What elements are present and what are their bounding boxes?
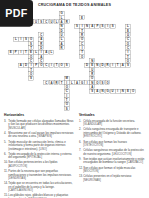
clue-answer: [MUSCULAR] — [8, 126, 25, 129]
clue-text: Son células que forman los huesos [OSTEO… — [83, 140, 146, 147]
clue-answer: [EPITELIAL] — [27, 155, 42, 158]
clues-verticales: Verticales 1.Célula encargada de la func… — [79, 113, 146, 183]
clue-text: Tejido encargado de la protección intern… — [8, 152, 74, 159]
clue-text: Tejido muscular de contracción lenta, rí… — [8, 140, 74, 150]
clue-item: 2.Célula sanguínea encargada de transpor… — [79, 128, 146, 138]
clue-answer: [LISO] — [39, 147, 47, 150]
clue-text: Los glóbulos rojos, glóbulos blancos y p… — [8, 194, 74, 198]
clue-text: Células sanguíneas encargadas de la prot… — [83, 148, 146, 155]
pdf-badge-label: PDF — [5, 7, 27, 19]
clue-answer: [ERITROCITO] — [83, 135, 102, 138]
clue-text: Partes de la neurona que son pequeñas ra… — [8, 169, 74, 179]
clue-answer: [GLANDULAR] — [83, 122, 102, 125]
clue-item: 3.Tejido formado por células alargadas l… — [4, 119, 74, 129]
verticales-heading: Verticales — [79, 113, 146, 117]
clue-answer: [ADIPOCITOS] — [8, 164, 27, 167]
clue-answer: [MIOCITOS] — [83, 169, 98, 172]
clue-item: 15.Los glóbulos rojos, glóbulos blancos … — [4, 194, 74, 198]
clue-text: Célula encargada de la función secretora… — [83, 119, 146, 126]
clue-item: 12.Son células que forman el tejido musc… — [79, 166, 146, 173]
clues-horizontales: Horizontales 3.Tejido formado por célula… — [4, 113, 74, 198]
clue-item: 5.Tejido muscular de contracción lenta, … — [4, 140, 74, 150]
clue-text: Mecanismo por el cual pasan los impulsos… — [8, 131, 74, 138]
clue-text: Tejido formado por células alargadas lla… — [8, 119, 74, 129]
clue-item: 6.Tejido encargado de la protección inte… — [4, 152, 74, 159]
clue-item: 1.Célula encargada de la función secreto… — [79, 119, 146, 126]
clue-item: 14.Tejido que se encuentra en todas las … — [4, 181, 74, 191]
horizontales-heading: Horizontales — [4, 113, 74, 117]
clue-item: 4.Mecanismo por el cual pasan los impuls… — [4, 131, 74, 138]
document-thumbnail[interactable]: PDF CRUCIGRAMA DE TEJIDOS ANIMALES GLEMU… — [0, 0, 149, 198]
clue-text: Células presentes en el tejido nervioso … — [83, 174, 146, 181]
clue-item: 13.Células presentes en el tejido nervio… — [79, 174, 146, 181]
horizontales-list: 3.Tejido formado por células alargadas l… — [4, 119, 74, 198]
clue-answer: [DENDRITAS] — [8, 176, 25, 179]
clue-text: Célula sanguínea encargada de transporte… — [83, 128, 146, 138]
clue-text: Tejido que se encuentra en todas las art… — [8, 181, 74, 191]
verticales-list: 1.Célula encargada de la función secreto… — [79, 119, 146, 181]
clue-answer: [LEUCOCITOS] — [112, 152, 132, 155]
clue-item: 10.Son células pertenecientes a los lípi… — [4, 161, 74, 168]
clue-text: Son tejidos que actúan involuntariamente… — [83, 157, 146, 164]
clue-answer: [SANGUINEO] — [28, 197, 46, 198]
clue-answer: [CARTILAGINOSO] — [8, 188, 32, 191]
clue-answer: [SINAPSIS] — [37, 135, 51, 138]
clue-text: Son células pertenecientes a los lípidos… — [8, 161, 74, 168]
empty-cell — [130, 106, 135, 110]
document-page: PDF CRUCIGRAMA DE TEJIDOS ANIMALES GLEMU… — [0, 0, 149, 198]
clue-item: 11.Partes de la neurona que son pequeñas… — [4, 169, 74, 179]
clue-item: 6.Son células que forman los huesos [OST… — [79, 140, 146, 147]
clue-item: 9.Son tejidos que actúan involuntariamen… — [79, 157, 146, 164]
clue-item: 7.Células sanguíneas encargadas de la pr… — [79, 148, 146, 155]
pdf-badge: PDF — [0, 0, 33, 27]
clue-text: Son células que forman el tejido muscula… — [83, 166, 146, 173]
clue-answer: [CARDIACO] — [127, 161, 143, 164]
clue-answer: [OSTEOCITOS] — [83, 143, 103, 146]
clue-answer: [NEURONAS] — [83, 178, 100, 181]
